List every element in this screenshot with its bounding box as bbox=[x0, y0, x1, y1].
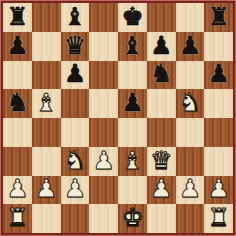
square-h8[interactable]: ♜ bbox=[204, 3, 233, 32]
square-h2[interactable]: ♟ bbox=[204, 176, 233, 205]
square-c8[interactable]: ♝ bbox=[61, 3, 90, 32]
square-f4[interactable] bbox=[147, 118, 176, 147]
square-f1[interactable] bbox=[147, 204, 176, 233]
black-king: ♚ bbox=[121, 4, 143, 29]
square-g4[interactable] bbox=[176, 118, 205, 147]
square-b5[interactable]: ♝ bbox=[32, 89, 61, 118]
white-knight: ♞ bbox=[64, 148, 86, 173]
black-queen: ♛ bbox=[64, 33, 86, 58]
black-pawn: ♟ bbox=[207, 61, 229, 86]
black-knight: ♞ bbox=[6, 90, 28, 115]
square-c4[interactable] bbox=[61, 118, 90, 147]
square-c6[interactable]: ♟ bbox=[61, 61, 90, 90]
square-f3[interactable]: ♛ bbox=[147, 147, 176, 176]
white-king: ♚ bbox=[121, 205, 143, 230]
square-g1[interactable] bbox=[176, 204, 205, 233]
square-h4[interactable] bbox=[204, 118, 233, 147]
square-g3[interactable] bbox=[176, 147, 205, 176]
square-b1[interactable] bbox=[32, 204, 61, 233]
square-f2[interactable]: ♟ bbox=[147, 176, 176, 205]
square-a7[interactable]: ♟ bbox=[3, 32, 32, 61]
square-a2[interactable]: ♟ bbox=[3, 176, 32, 205]
square-b7[interactable] bbox=[32, 32, 61, 61]
black-bishop: ♝ bbox=[64, 4, 86, 29]
white-pawn: ♟ bbox=[92, 148, 114, 173]
square-c7[interactable]: ♛ bbox=[61, 32, 90, 61]
black-rook: ♜ bbox=[6, 4, 28, 29]
white-pawn: ♟ bbox=[35, 176, 57, 201]
white-rook: ♜ bbox=[6, 205, 28, 230]
square-e6[interactable] bbox=[118, 61, 147, 90]
black-knight: ♞ bbox=[150, 61, 172, 86]
square-g5[interactable]: ♞ bbox=[176, 89, 205, 118]
white-rook: ♜ bbox=[207, 205, 229, 230]
square-e1[interactable]: ♚ bbox=[118, 204, 147, 233]
square-a3[interactable] bbox=[3, 147, 32, 176]
square-d5[interactable] bbox=[89, 89, 118, 118]
square-c3[interactable]: ♞ bbox=[61, 147, 90, 176]
square-c1[interactable] bbox=[61, 204, 90, 233]
white-pawn: ♟ bbox=[64, 176, 86, 201]
square-d7[interactable] bbox=[89, 32, 118, 61]
square-d3[interactable]: ♟ bbox=[89, 147, 118, 176]
black-rook: ♜ bbox=[207, 4, 229, 29]
white-bishop: ♝ bbox=[35, 90, 57, 115]
square-f7[interactable]: ♟ bbox=[147, 32, 176, 61]
square-e3[interactable]: ♝ bbox=[118, 147, 147, 176]
chess-board-frame: ♜♝♚♜♟♛♝♟♟♟♞♟♞♝♟♞♞♟♝♛♟♟♟♟♟♟♜♚♜ bbox=[0, 0, 236, 236]
square-c2[interactable]: ♟ bbox=[61, 176, 90, 205]
square-g6[interactable] bbox=[176, 61, 205, 90]
square-b2[interactable]: ♟ bbox=[32, 176, 61, 205]
square-e8[interactable]: ♚ bbox=[118, 3, 147, 32]
square-a6[interactable] bbox=[3, 61, 32, 90]
square-c5[interactable] bbox=[61, 89, 90, 118]
square-d1[interactable] bbox=[89, 204, 118, 233]
black-pawn: ♟ bbox=[64, 61, 86, 86]
square-g7[interactable]: ♟ bbox=[176, 32, 205, 61]
square-f6[interactable]: ♞ bbox=[147, 61, 176, 90]
square-e5[interactable]: ♟ bbox=[118, 89, 147, 118]
square-a8[interactable]: ♜ bbox=[3, 3, 32, 32]
square-d6[interactable] bbox=[89, 61, 118, 90]
square-a4[interactable] bbox=[3, 118, 32, 147]
square-h5[interactable] bbox=[204, 89, 233, 118]
black-pawn: ♟ bbox=[150, 33, 172, 58]
square-g8[interactable] bbox=[176, 3, 205, 32]
square-g2[interactable]: ♟ bbox=[176, 176, 205, 205]
white-queen: ♛ bbox=[150, 148, 172, 173]
square-f8[interactable] bbox=[147, 3, 176, 32]
black-bishop: ♝ bbox=[121, 33, 143, 58]
square-e4[interactable] bbox=[118, 118, 147, 147]
square-d8[interactable] bbox=[89, 3, 118, 32]
square-d4[interactable] bbox=[89, 118, 118, 147]
white-knight: ♞ bbox=[179, 90, 201, 115]
square-b6[interactable] bbox=[32, 61, 61, 90]
white-pawn: ♟ bbox=[150, 176, 172, 201]
square-f5[interactable] bbox=[147, 89, 176, 118]
square-h6[interactable]: ♟ bbox=[204, 61, 233, 90]
square-b3[interactable] bbox=[32, 147, 61, 176]
square-e2[interactable] bbox=[118, 176, 147, 205]
square-a1[interactable]: ♜ bbox=[3, 204, 32, 233]
square-a5[interactable]: ♞ bbox=[3, 89, 32, 118]
white-bishop: ♝ bbox=[121, 148, 143, 173]
black-pawn: ♟ bbox=[6, 33, 28, 58]
white-pawn: ♟ bbox=[179, 176, 201, 201]
square-b8[interactable] bbox=[32, 3, 61, 32]
square-h3[interactable] bbox=[204, 147, 233, 176]
chess-board: ♜♝♚♜♟♛♝♟♟♟♞♟♞♝♟♞♞♟♝♛♟♟♟♟♟♟♜♚♜ bbox=[3, 3, 233, 233]
square-b4[interactable] bbox=[32, 118, 61, 147]
square-e7[interactable]: ♝ bbox=[118, 32, 147, 61]
square-h7[interactable] bbox=[204, 32, 233, 61]
black-pawn: ♟ bbox=[179, 33, 201, 58]
square-h1[interactable]: ♜ bbox=[204, 204, 233, 233]
white-pawn: ♟ bbox=[6, 176, 28, 201]
white-pawn: ♟ bbox=[207, 176, 229, 201]
black-pawn: ♟ bbox=[121, 90, 143, 115]
square-d2[interactable] bbox=[89, 176, 118, 205]
